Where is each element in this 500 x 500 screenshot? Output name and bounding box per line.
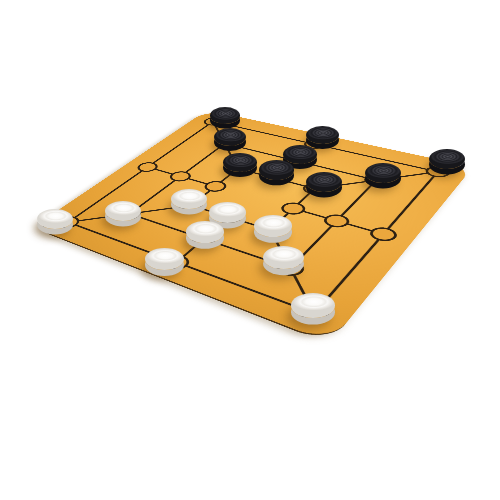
white-piece-c3[interactable] [171, 189, 207, 209]
white-piece-e3[interactable] [254, 215, 292, 237]
white-piece-d3[interactable] [209, 202, 246, 223]
black-piece-c5[interactable] [223, 153, 257, 172]
white-piece-b2[interactable] [105, 201, 141, 221]
white-piece-d2[interactable] [186, 221, 224, 243]
black-piece-b6[interactable] [214, 128, 246, 146]
black-piece-e5[interactable] [306, 172, 342, 192]
black-piece-a7[interactable] [210, 107, 241, 124]
pieces-layer [0, 0, 500, 500]
black-piece-d7[interactable] [306, 126, 339, 145]
scene [0, 0, 500, 500]
white-piece-a1[interactable] [37, 209, 73, 229]
black-piece-f6[interactable] [365, 163, 401, 183]
white-piece-g1[interactable] [291, 293, 335, 318]
white-piece-f2[interactable] [263, 246, 304, 269]
black-piece-d5[interactable] [259, 160, 294, 180]
black-piece-d6[interactable] [283, 145, 317, 164]
white-piece-d1[interactable] [145, 248, 185, 270]
product-photo-page: { "game": "Twelve Men's Morris (mill boa… [0, 0, 500, 500]
black-piece-g7[interactable] [429, 149, 465, 169]
